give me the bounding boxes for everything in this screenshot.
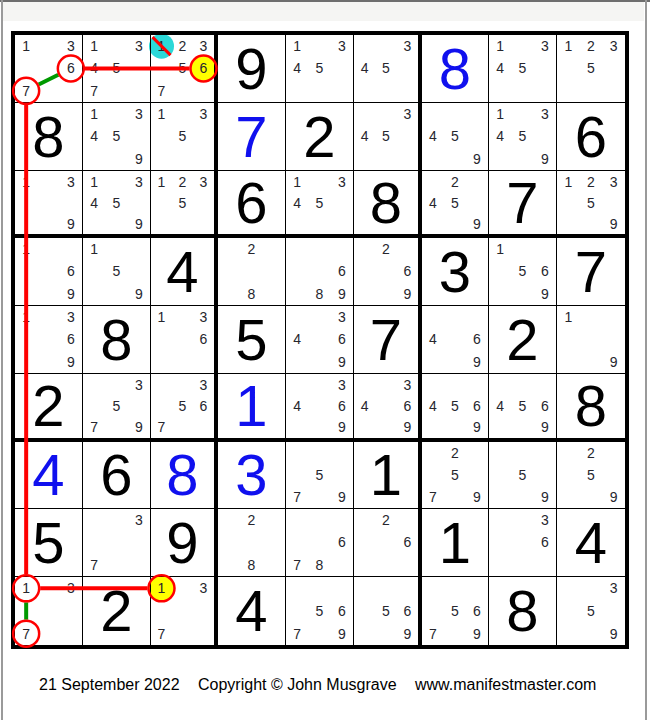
pencil-mark: 9 <box>60 351 82 373</box>
pencil-mark: 8 <box>240 554 262 576</box>
cell-r7c9[interactable]: 259 <box>557 442 625 509</box>
pencil-mark: 1 <box>15 35 37 57</box>
cell-r2c7[interactable]: 459 <box>422 103 489 171</box>
pencil-mark: 6 <box>466 395 488 416</box>
cell-r3c7[interactable]: 2459 <box>422 171 489 238</box>
pencil-mark: 1 <box>286 171 308 192</box>
cell-value: 3 <box>422 238 488 305</box>
cell-r9c2[interactable]: 2 <box>83 577 151 645</box>
cell-r9c5[interactable]: 5679 <box>286 577 354 645</box>
cell-r4c3[interactable]: 4 <box>151 238 218 306</box>
pencil-mark: 3 <box>602 171 625 192</box>
pencil-mark: 5 <box>580 192 603 213</box>
pencil-mark: 5 <box>511 57 533 79</box>
pencil-mark: 5 <box>172 57 193 79</box>
pencil-mark: 6 <box>534 395 556 416</box>
cell-r2c4[interactable]: 7 <box>218 103 286 171</box>
pencil-mark: 9 <box>602 486 625 508</box>
pencil-mark: 1 <box>15 171 37 192</box>
cell-r1c7[interactable]: 8 <box>422 35 489 103</box>
pencil-mark: 4 <box>489 125 511 147</box>
pencil-mark: 5 <box>105 395 127 416</box>
pencil-mark: 9 <box>534 148 556 170</box>
cell-r9c6[interactable]: 569 <box>354 577 422 645</box>
cell-r8c6[interactable]: 26 <box>354 509 422 577</box>
cell-r5c1[interactable]: 1369 <box>15 306 83 374</box>
pencil-mark: 3 <box>193 577 214 600</box>
pencil-mark: 6 <box>193 328 214 350</box>
pencil-mark: 3 <box>534 103 556 125</box>
cell-r4c8[interactable]: 1569 <box>489 238 557 306</box>
pencil-mark: 4 <box>422 125 444 147</box>
pencil-mark: 6 <box>60 328 82 350</box>
pencil-mark: 1 <box>489 238 511 260</box>
pencil-mark: 1 <box>489 35 511 57</box>
cell-value: 4 <box>151 238 214 305</box>
pencil-mark: 4 <box>286 328 308 350</box>
cell-value: 1 <box>354 442 418 508</box>
pencil-mark: 3 <box>128 171 150 192</box>
pencil-mark: 4 <box>83 125 105 147</box>
pencil-mark: 6 <box>331 395 353 416</box>
cell-r1c5[interactable]: 1345 <box>286 35 354 103</box>
cell-r5c6[interactable]: 7 <box>354 306 422 374</box>
pencil-mark: 5 <box>172 395 193 416</box>
pencil-mark: 5 <box>511 464 533 486</box>
cell-value: 3 <box>218 442 285 508</box>
pencil-mark: 9 <box>128 148 150 170</box>
cell-r4c1[interactable]: 169 <box>15 238 83 306</box>
pencil-mark: 7 <box>286 622 308 645</box>
cell-r5c7[interactable]: 469 <box>422 306 489 374</box>
sudoku-board: 1367134571235679134534581345123581345913… <box>11 31 629 649</box>
cell-r6c2[interactable]: 3579 <box>83 374 151 442</box>
cell-r2c3[interactable]: 135 <box>151 103 218 171</box>
footer-copyright: Copyright © John Musgrave <box>198 676 397 693</box>
pencil-mark: 7 <box>15 80 37 102</box>
window-left-edge <box>1 0 3 720</box>
pencil-mark: 7 <box>15 622 37 645</box>
cell-r1c9[interactable]: 1235 <box>557 35 625 103</box>
pencil-mark: 9 <box>60 283 82 305</box>
pencil-mark: 6 <box>534 260 556 282</box>
cell-r5c8[interactable]: 2 <box>489 306 557 374</box>
pencil-mark: 6 <box>466 600 488 623</box>
pencil-mark: 9 <box>331 283 353 305</box>
cell-r6c6[interactable]: 3469 <box>354 374 422 442</box>
pencil-mark: 3 <box>331 171 353 192</box>
pencil-mark: 6 <box>193 57 214 79</box>
pencil-mark: 4 <box>286 192 308 213</box>
cell-value: 2 <box>15 374 82 438</box>
cell-value: 8 <box>489 577 556 645</box>
cell-r5c5[interactable]: 3469 <box>286 306 354 374</box>
cell-value: 4 <box>218 577 285 645</box>
pencil-mark: 4 <box>422 192 444 213</box>
pencil-mark: 5 <box>105 260 127 282</box>
pencil-mark: 7 <box>286 554 308 576</box>
cell-value: 5 <box>218 306 285 373</box>
cell-value: 6 <box>218 171 285 234</box>
cell-r2c1[interactable]: 8 <box>15 103 83 171</box>
pencil-mark: 1 <box>151 103 172 125</box>
cell-r6c1[interactable]: 2 <box>15 374 83 442</box>
cell-r2c5[interactable]: 2 <box>286 103 354 171</box>
pencil-mark: 6 <box>60 260 82 282</box>
pencil-mark: 2 <box>375 509 396 531</box>
cell-r5c3[interactable]: 136 <box>151 306 218 374</box>
cell-r4c6[interactable]: 269 <box>354 238 422 306</box>
cell-r7c5[interactable]: 579 <box>286 442 354 509</box>
pencil-mark: 6 <box>331 328 353 350</box>
cell-r7c7[interactable]: 2579 <box>422 442 489 509</box>
cell-value: 8 <box>422 35 488 102</box>
pencil-mark: 9 <box>466 417 488 438</box>
pencil-mark: 7 <box>151 417 172 438</box>
cell-value: 8 <box>354 171 418 234</box>
pencil-mark: 3 <box>193 103 214 125</box>
cell-r6c3[interactable]: 3567 <box>151 374 218 442</box>
pencil-mark: 2 <box>172 35 193 57</box>
pencil-mark: 1 <box>83 35 105 57</box>
cell-value: 9 <box>218 35 285 102</box>
pencil-mark: 5 <box>444 395 466 416</box>
cell-r6c5[interactable]: 3469 <box>286 374 354 442</box>
pencil-mark: 5 <box>580 600 603 623</box>
cell-r8c1[interactable]: 5 <box>15 509 83 577</box>
pencil-mark: 1 <box>15 577 37 600</box>
cell-value: 1 <box>422 509 488 576</box>
pencil-mark: 2 <box>240 238 262 260</box>
cell-r6c7[interactable]: 4569 <box>422 374 489 442</box>
cell-r3c4[interactable]: 6 <box>218 171 286 238</box>
pencil-mark: 1 <box>151 171 172 192</box>
pencil-mark: 4 <box>489 395 511 416</box>
cell-value: 4 <box>557 509 625 576</box>
pencil-mark: 5 <box>444 600 466 623</box>
pencil-mark: 5 <box>172 125 193 147</box>
cell-value: 7 <box>489 171 556 234</box>
pencil-mark: 9 <box>331 417 353 438</box>
pencil-mark: 5 <box>444 464 466 486</box>
pencil-mark: 5 <box>105 57 127 79</box>
cell-r3c3[interactable]: 1235 <box>151 171 218 238</box>
pencil-mark: 4 <box>422 328 444 350</box>
pencil-mark: 1 <box>489 103 511 125</box>
pencil-mark: 9 <box>466 622 488 645</box>
cell-r5c4[interactable]: 5 <box>218 306 286 374</box>
pencil-mark: 9 <box>602 351 625 373</box>
cell-r1c3[interactable]: 123567 <box>151 35 218 103</box>
cell-r2c8[interactable]: 13459 <box>489 103 557 171</box>
cell-r3c1[interactable]: 139 <box>15 171 83 238</box>
footer-website: www.manifestmaster.com <box>415 676 596 693</box>
pencil-mark: 9 <box>397 417 418 438</box>
cell-r1c4[interactable]: 9 <box>218 35 286 103</box>
pencil-mark: 5 <box>308 57 330 79</box>
cell-value: 8 <box>557 374 625 438</box>
pencil-mark: 5 <box>308 600 330 623</box>
cell-value: 5 <box>15 509 82 576</box>
pencil-mark: 1 <box>286 35 308 57</box>
cell-r5c9[interactable]: 19 <box>557 306 625 374</box>
cell-r7c8[interactable]: 59 <box>489 442 557 509</box>
pencil-mark: 9 <box>128 283 150 305</box>
pencil-mark: 5 <box>375 600 396 623</box>
pencil-mark: 3 <box>397 374 418 395</box>
pencil-mark: 9 <box>534 486 556 508</box>
cell-value: 2 <box>83 577 150 645</box>
pencil-mark: 5 <box>580 464 603 486</box>
pencil-mark: 3 <box>128 509 150 531</box>
pencil-mark: 9 <box>466 486 488 508</box>
pencil-mark: 3 <box>534 35 556 57</box>
cell-r3c8[interactable]: 7 <box>489 171 557 238</box>
pencil-mark: 3 <box>331 374 353 395</box>
pencil-mark: 9 <box>534 417 556 438</box>
pencil-mark: 6 <box>60 57 82 79</box>
pencil-mark: 9 <box>397 622 418 645</box>
pencil-mark: 3 <box>193 171 214 192</box>
cell-r2c9[interactable]: 6 <box>557 103 625 171</box>
pencil-mark: 1 <box>151 577 172 600</box>
pencil-mark: 1 <box>151 306 172 328</box>
cell-value: 8 <box>15 103 82 170</box>
pencil-mark: 5 <box>375 125 396 147</box>
cell-r6c9[interactable]: 8 <box>557 374 625 442</box>
pencil-mark: 3 <box>128 374 150 395</box>
pencil-mark: 5 <box>444 125 466 147</box>
pencil-mark: 2 <box>375 238 396 260</box>
pencil-mark: 3 <box>193 374 214 395</box>
cell-r3c2[interactable]: 13459 <box>83 171 151 238</box>
pencil-mark: 4 <box>286 395 308 416</box>
pencil-mark: 3 <box>331 306 353 328</box>
cell-r9c7[interactable]: 5679 <box>422 577 489 645</box>
cell-value: 7 <box>354 306 418 373</box>
cell-r4c9[interactable]: 7 <box>557 238 625 306</box>
pencil-mark: 9 <box>60 213 82 234</box>
cell-r7c2[interactable]: 6 <box>83 442 151 509</box>
cell-r4c2[interactable]: 159 <box>83 238 151 306</box>
pencil-mark: 1 <box>15 306 37 328</box>
cell-value: 9 <box>151 509 214 576</box>
pencil-mark: 9 <box>128 417 150 438</box>
pencil-mark: 1 <box>557 171 580 192</box>
pencil-mark: 3 <box>193 306 214 328</box>
pencil-mark: 5 <box>511 395 533 416</box>
cell-r4c7[interactable]: 3 <box>422 238 489 306</box>
cell-value: 1 <box>218 374 285 438</box>
pencil-mark: 5 <box>511 260 533 282</box>
cell-r7c6[interactable]: 1 <box>354 442 422 509</box>
cell-r9c8[interactable]: 8 <box>489 577 557 645</box>
pencil-mark: 9 <box>466 213 488 234</box>
pencil-mark: 6 <box>397 260 418 282</box>
pencil-mark: 3 <box>128 103 150 125</box>
pencil-mark: 6 <box>331 260 353 282</box>
cell-r8c3[interactable]: 9 <box>151 509 218 577</box>
pencil-mark: 1 <box>151 35 172 57</box>
pencil-mark: 9 <box>466 148 488 170</box>
pencil-mark: 9 <box>331 622 353 645</box>
pencil-mark: 3 <box>397 35 418 57</box>
pencil-mark: 3 <box>60 577 82 600</box>
cell-r9c1[interactable]: 137 <box>15 577 83 645</box>
pencil-mark: 3 <box>60 171 82 192</box>
cell-r6c4[interactable]: 1 <box>218 374 286 442</box>
pencil-mark: 4 <box>422 395 444 416</box>
cell-r7c3[interactable]: 8 <box>151 442 218 509</box>
cell-r9c9[interactable]: 359 <box>557 577 625 645</box>
pencil-mark: 9 <box>128 213 150 234</box>
pencil-mark: 4 <box>286 57 308 79</box>
cell-r6c8[interactable]: 4569 <box>489 374 557 442</box>
pencil-mark: 1 <box>83 103 105 125</box>
pencil-mark: 3 <box>193 35 214 57</box>
cell-r1c1[interactable]: 1367 <box>15 35 83 103</box>
cell-value: 4 <box>15 442 82 508</box>
pencil-mark: 7 <box>83 80 105 102</box>
cell-r1c6[interactable]: 345 <box>354 35 422 103</box>
cell-value: 7 <box>218 103 285 170</box>
pencil-mark: 7 <box>83 554 105 576</box>
cell-value: 8 <box>83 306 150 373</box>
pencil-mark: 2 <box>580 171 603 192</box>
pencil-mark: 6 <box>397 600 418 623</box>
cell-value: 6 <box>83 442 150 508</box>
window-top-band <box>3 2 644 21</box>
pencil-mark: 9 <box>602 622 625 645</box>
cell-r4c4[interactable]: 28 <box>218 238 286 306</box>
pencil-mark: 2 <box>444 171 466 192</box>
pencil-mark: 4 <box>83 57 105 79</box>
pencil-mark: 7 <box>151 80 172 102</box>
pencil-mark: 6 <box>397 531 418 553</box>
cell-r3c9[interactable]: 12359 <box>557 171 625 238</box>
pencil-mark: 2 <box>580 442 603 464</box>
pencil-mark: 7 <box>83 417 105 438</box>
pencil-mark: 5 <box>444 192 466 213</box>
pencil-mark: 6 <box>331 531 353 553</box>
footer-date: 21 September 2022 <box>39 676 180 693</box>
pencil-mark: 8 <box>240 283 262 305</box>
cell-r4c5[interactable]: 689 <box>286 238 354 306</box>
pencil-mark: 6 <box>193 395 214 416</box>
pencil-mark: 1 <box>557 306 580 328</box>
pencil-mark: 3 <box>602 35 625 57</box>
pencil-mark: 4 <box>354 57 375 79</box>
pencil-mark: 5 <box>172 192 193 213</box>
cell-value: 2 <box>286 103 353 170</box>
pencil-mark: 3 <box>60 35 82 57</box>
pencil-mark: 1 <box>83 171 105 192</box>
cell-value: 7 <box>557 238 625 305</box>
cell-r8c4[interactable]: 28 <box>218 509 286 577</box>
pencil-mark: 4 <box>83 192 105 213</box>
pencil-mark: 5 <box>105 125 127 147</box>
pencil-mark: 3 <box>128 35 150 57</box>
cell-r3c6[interactable]: 8 <box>354 171 422 238</box>
pencil-mark: 6 <box>534 531 556 553</box>
cell-r2c2[interactable]: 13459 <box>83 103 151 171</box>
pencil-mark: 9 <box>534 283 556 305</box>
pencil-mark: 9 <box>602 213 625 234</box>
pencil-mark: 7 <box>422 486 444 508</box>
pencil-mark: 6 <box>397 395 418 416</box>
pencil-mark: 9 <box>331 351 353 373</box>
window-right-edge <box>645 0 647 720</box>
pencil-mark: 8 <box>308 554 330 576</box>
cell-r8c7[interactable]: 1 <box>422 509 489 577</box>
pencil-mark: 2 <box>580 35 603 57</box>
pencil-mark: 4 <box>354 395 375 416</box>
cell-r8c2[interactable]: 37 <box>83 509 151 577</box>
cell-r9c4[interactable]: 4 <box>218 577 286 645</box>
pencil-mark: 6 <box>331 600 353 623</box>
pencil-mark: 1 <box>557 35 580 57</box>
pencil-mark: 7 <box>151 622 172 645</box>
pencil-mark: 3 <box>60 306 82 328</box>
cell-value: 8 <box>151 442 214 508</box>
pencil-mark: 2 <box>444 442 466 464</box>
cell-r5c2[interactable]: 8 <box>83 306 151 374</box>
pencil-mark: 3 <box>602 577 625 600</box>
pencil-mark: 3 <box>331 35 353 57</box>
cell-r1c2[interactable]: 13457 <box>83 35 151 103</box>
pencil-mark: 9 <box>331 486 353 508</box>
cell-r2c6[interactable]: 345 <box>354 103 422 171</box>
pencil-mark: 1 <box>15 238 37 260</box>
cell-value: 6 <box>557 103 625 170</box>
pencil-mark: 2 <box>172 171 193 192</box>
cell-value: 2 <box>489 306 556 373</box>
pencil-mark: 5 <box>375 57 396 79</box>
cell-r3c5[interactable]: 1345 <box>286 171 354 238</box>
pencil-mark: 4 <box>489 57 511 79</box>
pencil-mark: 2 <box>240 509 262 531</box>
pencil-mark: 5 <box>308 464 330 486</box>
pencil-mark: 4 <box>354 125 375 147</box>
pencil-mark: 7 <box>422 622 444 645</box>
pencil-mark: 8 <box>308 283 330 305</box>
pencil-mark: 5 <box>308 192 330 213</box>
pencil-mark: 3 <box>534 509 556 531</box>
pencil-mark: 5 <box>511 125 533 147</box>
cell-r8c8[interactable]: 36 <box>489 509 557 577</box>
cell-r7c4[interactable]: 3 <box>218 442 286 509</box>
pencil-mark: 9 <box>397 283 418 305</box>
pencil-mark: 7 <box>286 486 308 508</box>
pencil-mark: 1 <box>83 238 105 260</box>
cell-r9c3[interactable]: 137 <box>151 577 218 645</box>
cell-r8c5[interactable]: 678 <box>286 509 354 577</box>
pencil-mark: 5 <box>105 192 127 213</box>
pencil-mark: 6 <box>466 328 488 350</box>
cell-r8c9[interactable]: 4 <box>557 509 625 577</box>
footer-caption: 21 September 2022 Copyright © John Musgr… <box>39 676 610 694</box>
pencil-mark: 9 <box>466 351 488 373</box>
cell-r1c8[interactable]: 1345 <box>489 35 557 103</box>
pencil-mark: 3 <box>397 103 418 125</box>
pencil-mark: 5 <box>580 57 603 79</box>
cell-r7c1[interactable]: 4 <box>15 442 83 509</box>
